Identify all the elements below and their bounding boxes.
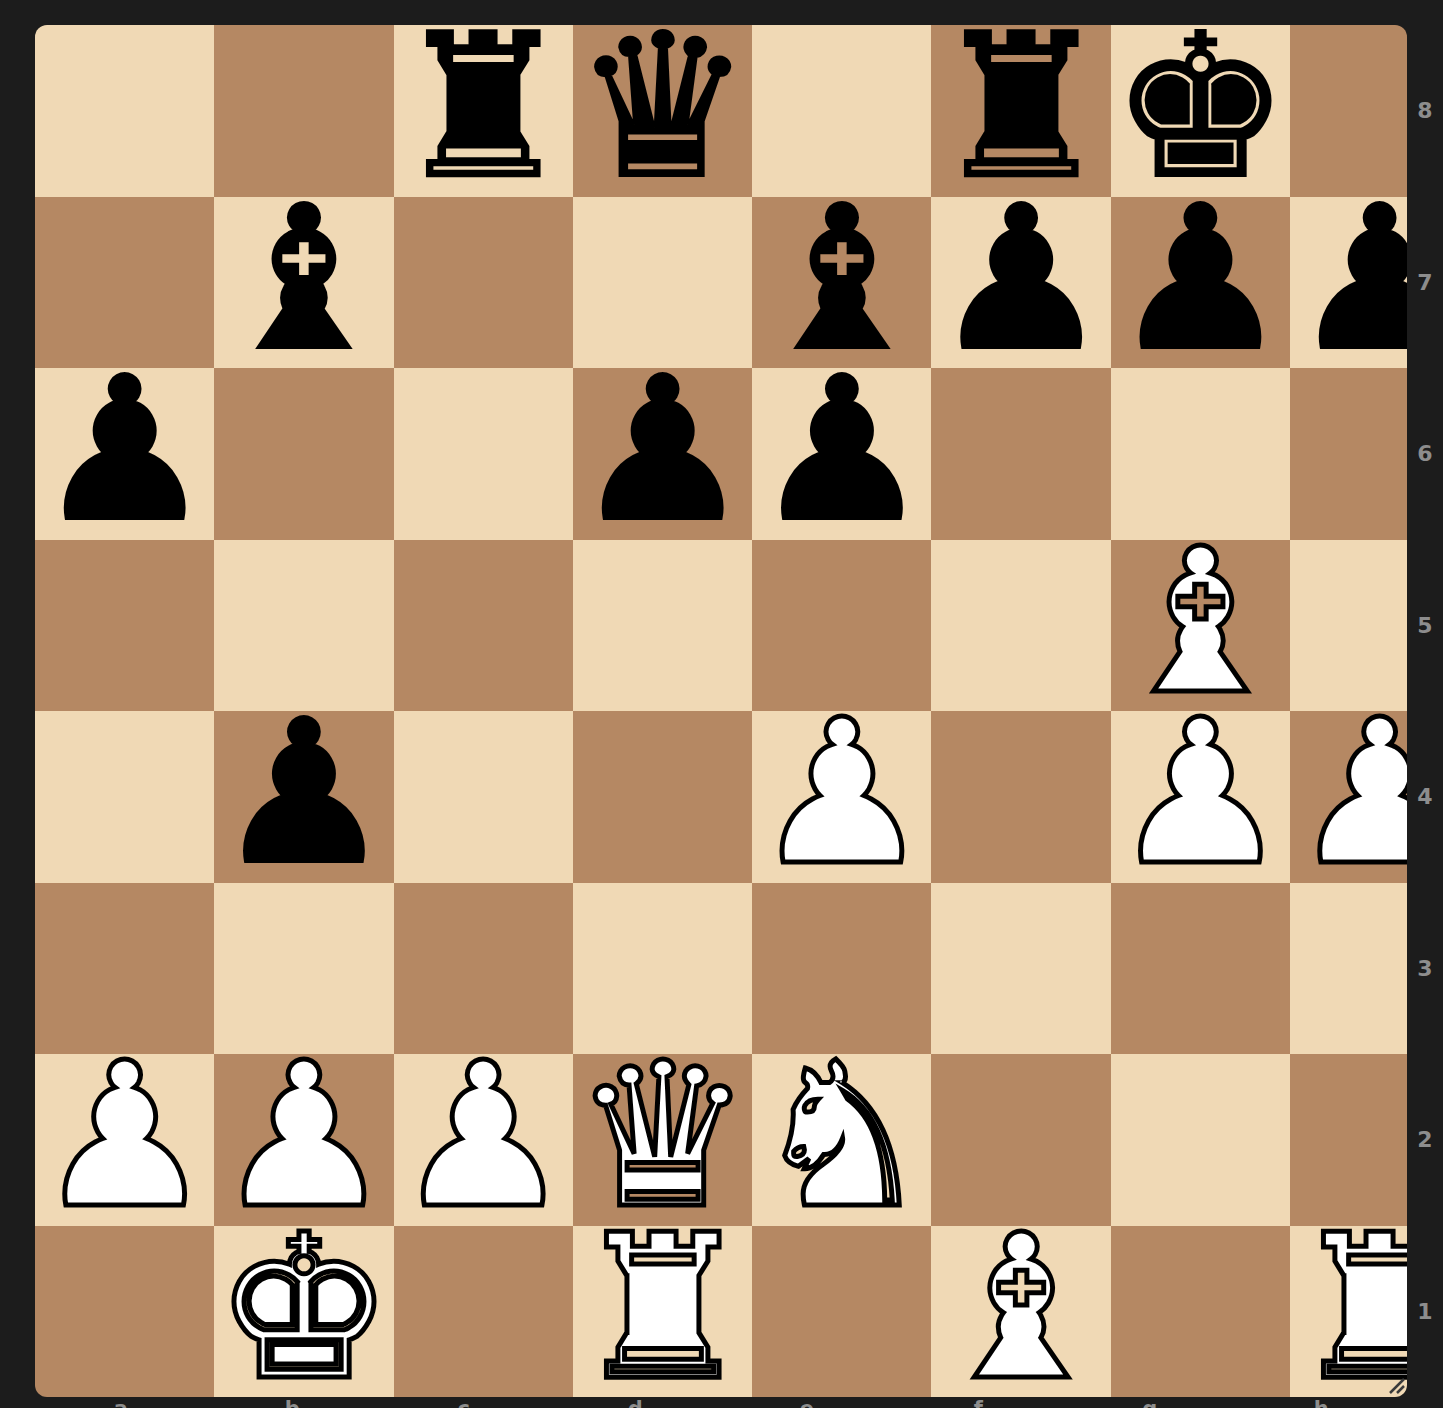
square-c1[interactable] (394, 1226, 573, 1398)
square-h3[interactable] (1290, 883, 1407, 1055)
piece-white-king[interactable]: ♚ (214, 1222, 393, 1394)
file-label-b: b (207, 1399, 379, 1408)
rank-label-4: 4 (1407, 711, 1443, 883)
piece-white-pawn[interactable]: ♟ (1290, 707, 1407, 879)
square-a1[interactable] (35, 1226, 214, 1398)
file-label-g: g (1064, 1399, 1236, 1408)
chess-board[interactable]: ♜♛♜♚♝♝♟♟♟♟♟♟♝♟♟♟♟♟♟♟♛♞♚♜♝♜ (35, 25, 1407, 1397)
square-d1[interactable]: ♜ (573, 1226, 752, 1398)
piece-black-bishop[interactable]: ♝ (214, 193, 393, 365)
file-label-d: d (550, 1399, 722, 1408)
square-h4[interactable]: ♟ (1290, 711, 1407, 883)
square-d4[interactable] (573, 711, 752, 883)
square-g1[interactable] (1111, 1226, 1290, 1398)
square-f6[interactable] (931, 368, 1110, 540)
square-c4[interactable] (394, 711, 573, 883)
square-e2[interactable]: ♞ (752, 1054, 931, 1226)
square-e6[interactable]: ♟ (752, 368, 931, 540)
chess-app-stage: ♜♛♜♚♝♝♟♟♟♟♟♟♝♟♟♟♟♟♟♟♛♞♚♜♝♜ 87654321 abcd… (0, 0, 1443, 1408)
resize-grip-icon (1384, 1373, 1406, 1395)
square-a6[interactable]: ♟ (35, 368, 214, 540)
square-g2[interactable] (1111, 1054, 1290, 1226)
file-label-e: e (721, 1399, 893, 1408)
square-f5[interactable] (931, 540, 1110, 712)
square-b7[interactable]: ♝ (214, 197, 393, 369)
rank-label-2: 2 (1407, 1054, 1443, 1226)
piece-white-rook[interactable]: ♜ (573, 1222, 752, 1394)
square-f3[interactable] (931, 883, 1110, 1055)
piece-black-pawn[interactable]: ♟ (931, 193, 1110, 365)
piece-black-rook[interactable]: ♜ (394, 25, 573, 193)
piece-black-pawn[interactable]: ♟ (573, 364, 752, 536)
rank-label-3: 3 (1407, 883, 1443, 1055)
square-f7[interactable]: ♟ (931, 197, 1110, 369)
piece-white-pawn[interactable]: ♟ (1111, 707, 1290, 879)
file-label-a: a (35, 1399, 207, 1408)
piece-white-rook[interactable]: ♜ (1290, 1222, 1407, 1394)
square-c2[interactable]: ♟ (394, 1054, 573, 1226)
square-f1[interactable]: ♝ (931, 1226, 1110, 1398)
square-b6[interactable] (214, 368, 393, 540)
piece-white-pawn[interactable]: ♟ (35, 1050, 214, 1222)
rank-label-1: 1 (1407, 1226, 1443, 1398)
square-b4[interactable]: ♟ (214, 711, 393, 883)
square-c6[interactable] (394, 368, 573, 540)
piece-black-pawn[interactable]: ♟ (752, 364, 931, 536)
rank-label-7: 7 (1407, 197, 1443, 369)
square-e1[interactable] (752, 1226, 931, 1398)
square-c8[interactable]: ♜ (394, 25, 573, 197)
file-label-c: c (378, 1399, 550, 1408)
square-h6[interactable] (1290, 368, 1407, 540)
piece-black-queen[interactable]: ♛ (573, 25, 752, 193)
piece-white-knight[interactable]: ♞ (752, 1050, 931, 1222)
square-a4[interactable] (35, 711, 214, 883)
square-d5[interactable] (573, 540, 752, 712)
square-a2[interactable]: ♟ (35, 1054, 214, 1226)
square-c7[interactable] (394, 197, 573, 369)
rank-coordinates: 87654321 (1407, 25, 1443, 1397)
square-d6[interactable]: ♟ (573, 368, 752, 540)
square-a5[interactable] (35, 540, 214, 712)
piece-black-pawn[interactable]: ♟ (1290, 193, 1407, 365)
square-h7[interactable]: ♟ (1290, 197, 1407, 369)
square-d8[interactable]: ♛ (573, 25, 752, 197)
rank-label-8: 8 (1407, 25, 1443, 197)
file-label-f: f (893, 1399, 1065, 1408)
piece-white-bishop[interactable]: ♝ (931, 1222, 1110, 1394)
square-g3[interactable] (1111, 883, 1290, 1055)
board-resize-handle[interactable] (1384, 1373, 1406, 1395)
piece-black-pawn[interactable]: ♟ (1111, 193, 1290, 365)
rank-label-5: 5 (1407, 540, 1443, 712)
piece-white-pawn[interactable]: ♟ (394, 1050, 573, 1222)
square-f4[interactable] (931, 711, 1110, 883)
square-e4[interactable]: ♟ (752, 711, 931, 883)
square-g7[interactable]: ♟ (1111, 197, 1290, 369)
piece-white-pawn[interactable]: ♟ (752, 707, 931, 879)
square-a8[interactable] (35, 25, 214, 197)
square-g4[interactable]: ♟ (1111, 711, 1290, 883)
file-label-h: h (1236, 1399, 1408, 1408)
square-h1[interactable]: ♜ (1290, 1226, 1407, 1398)
piece-black-pawn[interactable]: ♟ (35, 364, 214, 536)
rank-label-6: 6 (1407, 368, 1443, 540)
file-coordinates: abcdefgh (35, 1399, 1407, 1408)
piece-black-pawn[interactable]: ♟ (214, 707, 393, 879)
square-c5[interactable] (394, 540, 573, 712)
square-b1[interactable]: ♚ (214, 1226, 393, 1398)
